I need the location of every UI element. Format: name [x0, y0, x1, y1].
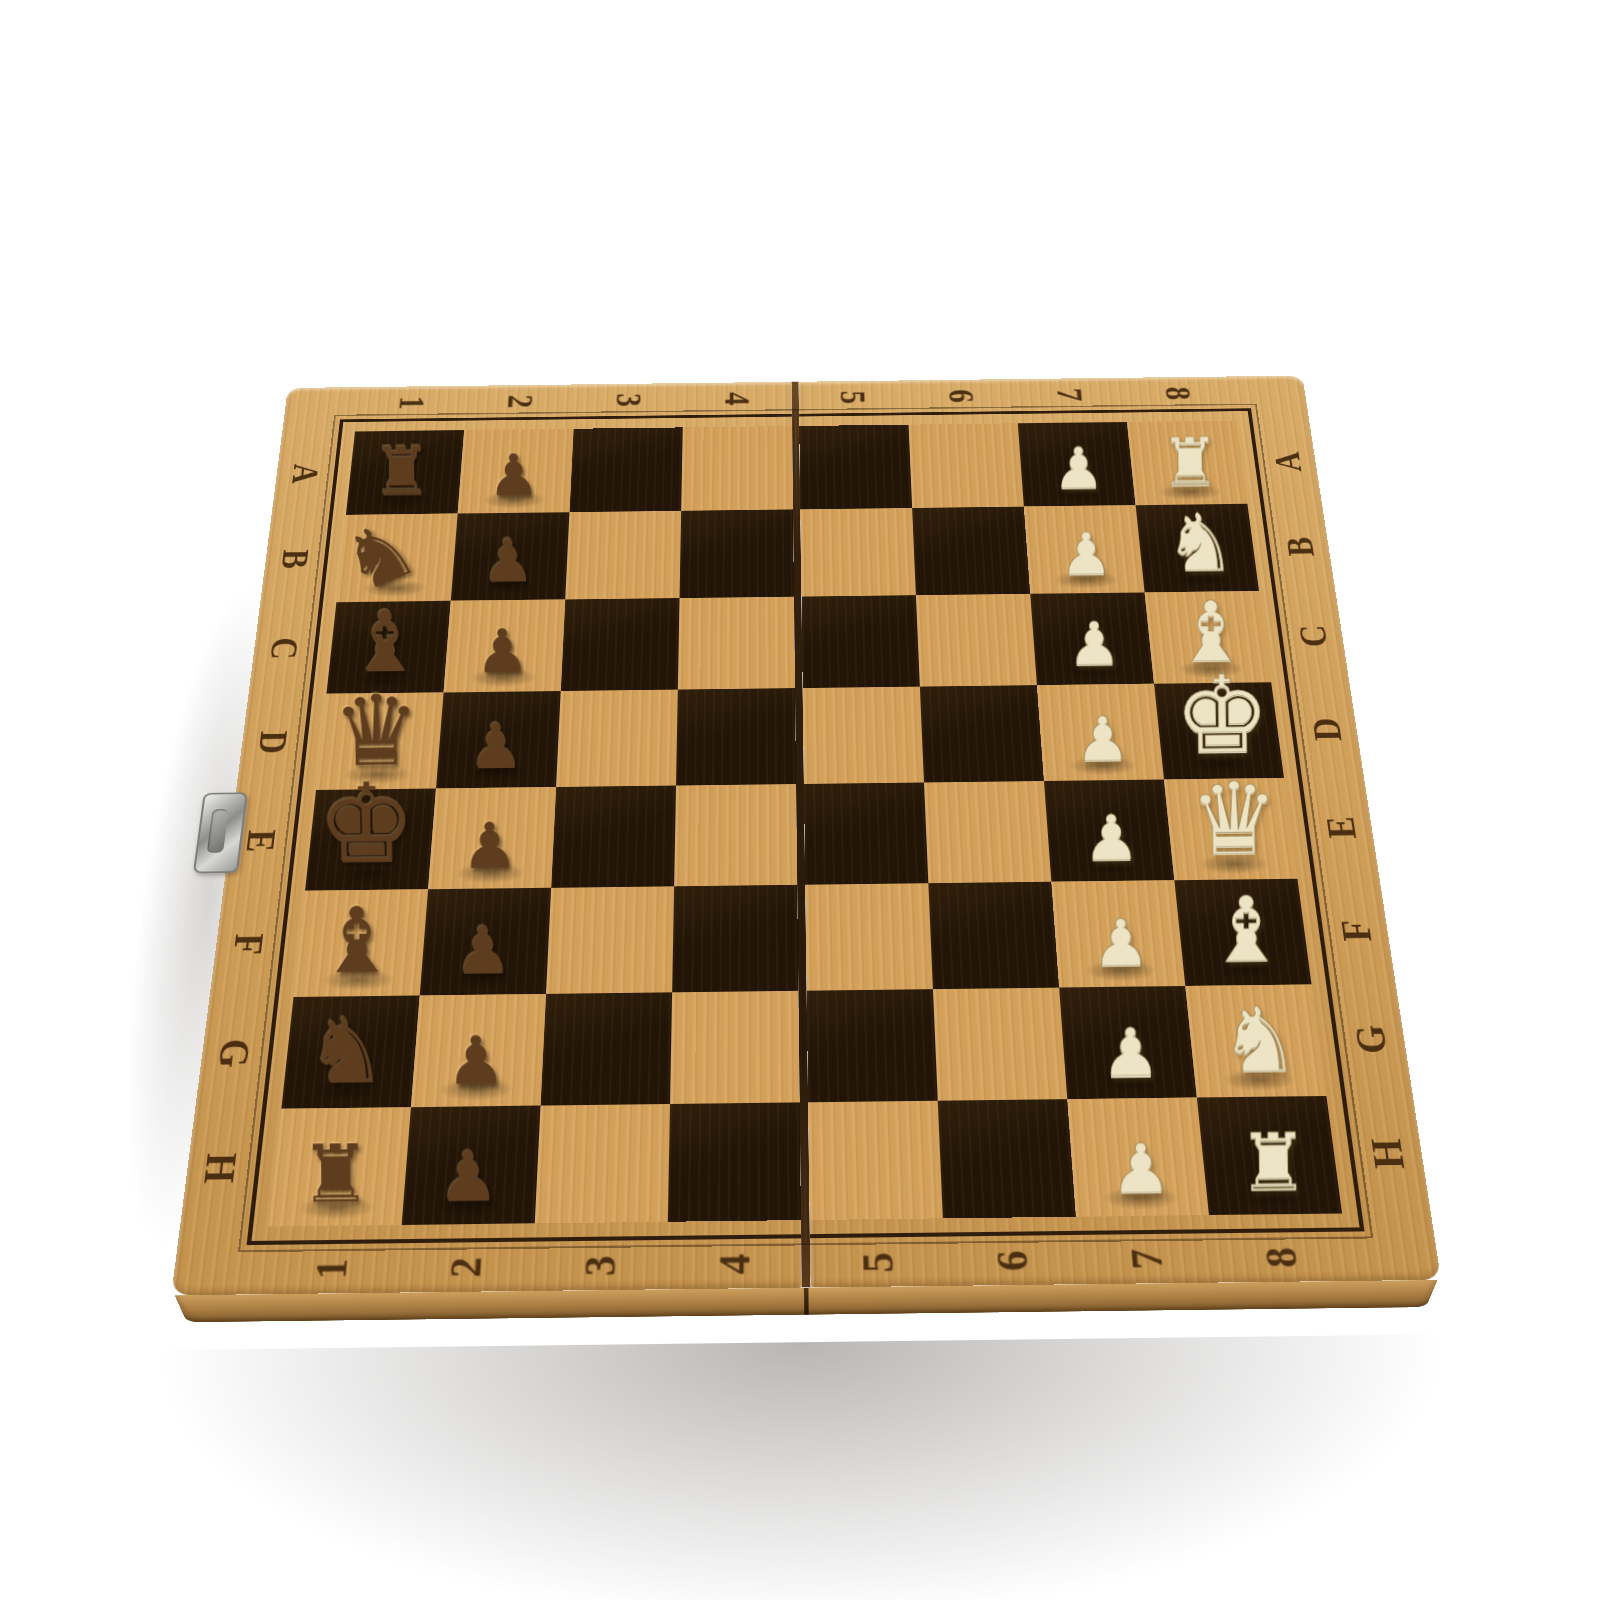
piece-dark-pawn-h2[interactable]: ♟	[437, 1143, 499, 1212]
rank-label-cell: 8	[1211, 1232, 1351, 1282]
piece-light-pawn-b7[interactable]: ♟	[1060, 525, 1114, 585]
piece-light-bishop-f8[interactable]: ♝	[1206, 884, 1288, 975]
square-a7[interactable]: ♟	[1018, 422, 1136, 507]
square-a1[interactable]: ♜	[346, 430, 464, 515]
square-d7[interactable]: ♟	[1037, 684, 1164, 781]
square-g7[interactable]: ♟	[1059, 986, 1197, 1099]
square-h7[interactable]: ♟	[1067, 1098, 1209, 1217]
chess-board: 1234ABCDEFGH♜♟♞♟♝♟♛♟♚♟♝♟♞♟♜♟1234 5678♟♜♟…	[171, 376, 1441, 1296]
square-e2[interactable]: ♟	[428, 787, 556, 889]
file-label-cell: D	[236, 694, 309, 791]
board-half-right: 5678♟♜♟♞♟♝♟♚♟♛♟♝♟♞♟♜ABCDEFGH5678	[799, 376, 1441, 1288]
file-label-cell: D	[1289, 681, 1364, 778]
square-e1[interactable]: ♚	[305, 788, 436, 890]
frame-line-left: ♜♟♞♟♝♟♛♟♚♟♝♟♞♟♜♟	[247, 414, 802, 1245]
piece-dark-knight-b1[interactable]: ♞	[331, 505, 428, 606]
square-a8[interactable]: ♜	[1127, 421, 1247, 506]
file-label: A	[1264, 451, 1310, 472]
file-label: G	[1344, 1024, 1398, 1054]
ground-shadow	[87, 1333, 1584, 1600]
square-d3[interactable]	[556, 690, 678, 787]
file-label: C	[260, 637, 308, 660]
piece-shadow	[1157, 483, 1224, 501]
rank-label-cell: 6	[944, 1235, 1081, 1285]
rank-label: 5	[832, 390, 875, 404]
file-label: A	[282, 463, 328, 484]
piece-dark-bishop-c1[interactable]: ♝	[347, 600, 423, 685]
board-half-middle: ♟♜♟♞♟♝♟♚♟♛♟♝♟♞♟♜ABCDEFGH	[799, 408, 1433, 1239]
square-g8[interactable]: ♞	[1185, 985, 1326, 1098]
piece-light-pawn-d7[interactable]: ♟	[1075, 708, 1131, 771]
number-rail-top-right-half: 5678	[799, 376, 1308, 414]
piece-light-pawn-g7[interactable]: ♟	[1100, 1020, 1161, 1087]
board-surface: 1234ABCDEFGH♜♟♞♟♝♟♛♟♚♟♝♟♞♟♜♟1234 5678♟♜♟…	[171, 376, 1441, 1296]
piece-light-knight-b8[interactable]: ♞	[1164, 502, 1237, 583]
file-label: D	[248, 730, 297, 754]
piece-light-pawn-c7[interactable]: ♟	[1067, 614, 1122, 675]
piece-dark-pawn-c2[interactable]: ♟	[475, 622, 530, 683]
piece-light-pawn-h7[interactable]: ♟	[1110, 1135, 1172, 1204]
square-d2[interactable]: ♟	[436, 691, 561, 788]
piece-dark-king-e1[interactable]: ♚	[317, 769, 417, 881]
rank-label-cell: 3	[574, 383, 683, 416]
piece-shadow	[481, 491, 547, 509]
square-g5[interactable]	[807, 989, 938, 1102]
piece-light-queen-e8[interactable]: ♛	[1189, 768, 1280, 869]
piece-dark-rook-h1[interactable]: ♜	[300, 1134, 372, 1215]
rank-label-cell: 1	[261, 1244, 400, 1294]
square-f2[interactable]: ♟	[420, 888, 551, 996]
rank-label: 1	[390, 395, 434, 409]
rank-label: 7	[1119, 1248, 1173, 1269]
rank-label: 5	[851, 1251, 904, 1272]
square-a5[interactable]	[799, 425, 912, 510]
square-c2[interactable]: ♟	[444, 599, 566, 692]
file-label-cell: A	[271, 432, 338, 516]
rank-label-cell: 4	[667, 1239, 802, 1289]
rank-label-cell: 7	[1077, 1234, 1216, 1284]
square-b3[interactable]	[565, 511, 681, 600]
square-a6[interactable]	[909, 423, 1024, 508]
file-label: G	[208, 1038, 262, 1068]
square-e8[interactable]: ♛	[1164, 778, 1297, 880]
file-label: H	[1360, 1138, 1416, 1169]
piece-shadow	[475, 578, 543, 597]
square-b4[interactable]	[680, 509, 794, 598]
square-g3[interactable]	[540, 992, 672, 1105]
file-label-cell: C	[1276, 590, 1349, 682]
square-e3[interactable]	[551, 786, 676, 888]
square-e5[interactable]	[804, 782, 928, 884]
piece-dark-bishop-f1[interactable]: ♝	[316, 895, 398, 986]
file-label: B	[1276, 536, 1323, 556]
rank-label: 8	[1253, 1246, 1308, 1267]
square-h1[interactable]: ♜	[269, 1107, 411, 1226]
square-c3[interactable]	[561, 598, 680, 691]
piece-dark-pawn-e2[interactable]: ♟	[461, 815, 519, 879]
square-b7[interactable]: ♟	[1024, 505, 1145, 594]
number-rail-top-left-half: 1234	[284, 382, 792, 420]
rank-label-cell: 1	[356, 386, 467, 419]
piece-dark-pawn-g2[interactable]: ♟	[446, 1028, 507, 1095]
piece-dark-pawn-f2[interactable]: ♟	[454, 918, 513, 984]
piece-dark-rook-a1[interactable]: ♜	[372, 438, 433, 506]
frame-line-right: ♟♜♟♞♟♝♟♚♟♛♟♝♟♞♟♜	[799, 408, 1364, 1238]
file-label-cell: B	[1264, 503, 1335, 591]
file-label: F	[1329, 919, 1381, 941]
rank-label: 6	[985, 1250, 1039, 1271]
square-g6[interactable]	[933, 988, 1067, 1101]
file-label: D	[1301, 717, 1351, 741]
square-h5[interactable]	[808, 1101, 943, 1220]
square-f4[interactable]	[672, 885, 798, 993]
piece-shadow	[461, 763, 532, 783]
square-c7[interactable]: ♟	[1030, 592, 1154, 685]
piece-shadow	[468, 668, 537, 687]
square-e4[interactable]	[674, 784, 797, 886]
square-b8[interactable]: ♞	[1136, 504, 1259, 593]
file-label: C	[1288, 624, 1337, 647]
piece-light-king-d8[interactable]: ♚	[1173, 661, 1271, 770]
file-label: B	[272, 549, 319, 569]
board-half-left: 1234ABCDEFGH♜♟♞♟♝♟♛♟♚♟♝♟♞♟♜♟1234	[171, 382, 801, 1295]
square-a3[interactable]	[569, 427, 682, 512]
square-b1[interactable]: ♞	[336, 514, 457, 603]
file-label-cell: C	[248, 602, 319, 694]
file-label-cell: A	[1253, 420, 1322, 504]
file-label-cell: B	[260, 515, 329, 603]
piece-shadow	[1045, 484, 1111, 502]
square-e7[interactable]: ♟	[1044, 780, 1174, 882]
photo-stage: 1234ABCDEFGH♜♟♞♟♝♟♛♟♚♟♝♟♞♟♜♟1234 5678♟♜♟…	[236, 238, 1364, 1330]
rank-label-cell: 7	[1015, 378, 1126, 411]
square-c5[interactable]	[802, 595, 920, 688]
piece-light-knight-g8[interactable]: ♞	[1219, 994, 1301, 1085]
rank-label-cell: 3	[531, 1240, 667, 1290]
square-h8[interactable]: ♜	[1197, 1096, 1342, 1215]
square-f8[interactable]: ♝	[1174, 879, 1311, 986]
square-f3[interactable]	[546, 886, 674, 994]
rank-label: 3	[608, 393, 651, 407]
rank-label: 3	[573, 1255, 626, 1276]
square-c1[interactable]: ♝	[326, 601, 450, 694]
piece-dark-pawn-d2[interactable]: ♟	[468, 716, 524, 779]
piece-shadow	[361, 579, 429, 598]
rank-label: 2	[438, 1256, 492, 1277]
piece-light-pawn-e7[interactable]: ♟	[1083, 807, 1141, 871]
number-rail-bottom-right-half: 5678	[810, 1231, 1441, 1288]
square-g2[interactable]: ♟	[411, 994, 546, 1107]
square-c4[interactable]	[678, 597, 795, 690]
square-b5[interactable]	[800, 508, 916, 597]
piece-shadow	[1166, 569, 1235, 588]
square-h2[interactable]: ♟	[402, 1106, 541, 1225]
piece-shadow	[1067, 755, 1138, 775]
piece-light-pawn-a7[interactable]: ♟	[1052, 440, 1104, 498]
piece-light-pawn-f7[interactable]: ♟	[1091, 911, 1150, 977]
rank-label: 7	[1048, 387, 1092, 401]
piece-shadow	[351, 669, 421, 688]
rank-label-cell: 6	[907, 379, 1017, 412]
squares-grid-left: ♜♟♞♟♝♟♛♟♚♟♝♟♞♟♜♟	[269, 426, 801, 1227]
rank-label-cell: 4	[683, 382, 792, 415]
square-b2[interactable]: ♟	[451, 512, 570, 601]
piece-dark-knight-g1[interactable]: ♞	[306, 1006, 388, 1097]
piece-light-rook-a8[interactable]: ♜	[1160, 429, 1221, 497]
square-a2[interactable]: ♟	[458, 429, 574, 514]
piece-light-bishop-c8[interactable]: ♝	[1173, 589, 1249, 674]
rank-label: 1	[304, 1258, 359, 1279]
number-rail-bottom-left-half: 1234	[171, 1238, 801, 1295]
rank-label-cell: 2	[396, 1242, 533, 1292]
square-e6[interactable]	[924, 781, 1051, 883]
square-f6[interactable]	[928, 882, 1059, 989]
rank-label: 6	[940, 389, 983, 403]
square-g1[interactable]: ♞	[281, 995, 419, 1108]
piece-shadow	[1060, 661, 1130, 680]
square-f7[interactable]: ♟	[1051, 880, 1185, 987]
square-d5[interactable]	[803, 687, 924, 784]
square-d6[interactable]	[920, 685, 1044, 782]
square-d4[interactable]	[676, 688, 796, 785]
piece-dark-pawn-a2[interactable]: ♟	[488, 446, 540, 504]
square-c6[interactable]	[916, 594, 1037, 687]
piece-shadow	[1176, 659, 1246, 678]
rank-label-cell: 2	[465, 385, 575, 418]
square-g4[interactable]	[670, 991, 800, 1104]
square-h3[interactable]	[535, 1104, 670, 1223]
square-a4[interactable]	[681, 426, 793, 511]
square-b6[interactable]	[912, 507, 1030, 596]
piece-shadow	[370, 493, 437, 511]
piece-shadow	[1052, 571, 1120, 590]
piece-light-rook-h8[interactable]: ♜	[1237, 1122, 1309, 1203]
file-label-cell: F	[209, 891, 286, 998]
square-c8[interactable]: ♝	[1145, 591, 1272, 684]
file-label: H	[194, 1152, 249, 1183]
rank-label: 4	[708, 1253, 761, 1274]
rank-label: 8	[1156, 386, 1200, 400]
square-f5[interactable]	[805, 883, 933, 990]
rank-label-cell: 5	[810, 1237, 946, 1287]
squares-grid-right: ♟♜♟♞♟♝♟♚♟♛♟♝♟♞♟♜	[799, 421, 1342, 1220]
square-h6[interactable]	[938, 1099, 1076, 1218]
rank-label-cell: 8	[1122, 377, 1234, 410]
square-h4[interactable]	[668, 1102, 801, 1221]
rank-label: 2	[499, 394, 542, 408]
square-f1[interactable]: ♝	[294, 889, 429, 997]
piece-dark-pawn-b2[interactable]: ♟	[481, 532, 535, 592]
rank-label-cell: 5	[799, 381, 908, 414]
file-label: E	[1315, 816, 1366, 839]
rank-label: 4	[716, 392, 759, 406]
